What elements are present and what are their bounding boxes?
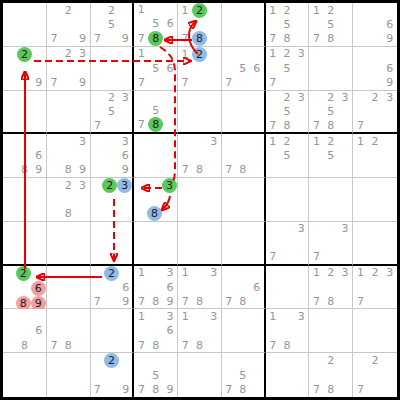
candidate-2: 2 bbox=[104, 91, 118, 105]
empty-candidate-slot bbox=[382, 294, 397, 308]
candidate-6: 6 bbox=[163, 61, 177, 75]
candidate-grid: 13678 bbox=[134, 309, 177, 352]
empty-candidate-slot bbox=[3, 47, 17, 62]
empty-candidate-slot bbox=[47, 17, 61, 31]
cell-r5c9[interactable] bbox=[353, 178, 397, 222]
candidate-8: 8 bbox=[236, 294, 250, 308]
empty-candidate-slot bbox=[309, 149, 323, 163]
empty-candidate-slot bbox=[134, 206, 147, 221]
candidate-7: 7 bbox=[309, 250, 323, 264]
candidate-8: 8 bbox=[192, 163, 206, 177]
empty-candidate-slot bbox=[104, 368, 119, 382]
cell-r9c3[interactable]: 279 bbox=[91, 353, 135, 397]
empty-candidate-slot bbox=[338, 280, 352, 294]
given-value bbox=[47, 353, 90, 397]
empty-candidate-slot bbox=[47, 61, 61, 75]
cell-r2c2[interactable]: 2379 bbox=[47, 47, 91, 91]
empty-candidate-slot bbox=[353, 75, 368, 89]
empty-candidate-slot bbox=[147, 178, 162, 193]
candidate-grid: 37 bbox=[266, 222, 309, 264]
empty-candidate-slot bbox=[280, 250, 294, 264]
candidate-7: 7 bbox=[222, 294, 236, 308]
empty-candidate-slot bbox=[309, 353, 323, 368]
cell-r7c7[interactable] bbox=[266, 266, 310, 310]
given-value bbox=[47, 91, 90, 133]
cell-r2c7[interactable]: 12357 bbox=[266, 47, 310, 91]
empty-candidate-slot bbox=[266, 17, 280, 31]
cell-r2c6[interactable]: 567 bbox=[222, 47, 266, 91]
candidate-slot-8: 8 bbox=[192, 31, 207, 46]
empty-candidate-slot bbox=[75, 3, 89, 17]
empty-candidate-slot bbox=[382, 353, 397, 368]
cell-r1c6[interactable] bbox=[222, 3, 266, 47]
given-value bbox=[222, 178, 264, 221]
cell-r5c3[interactable]: 23 bbox=[91, 178, 135, 222]
empty-candidate-slot bbox=[294, 149, 308, 163]
empty-candidate-slot bbox=[309, 104, 323, 118]
cell-r7c5[interactable]: 1378 bbox=[178, 266, 222, 310]
cell-r7c9[interactable]: 1237 bbox=[353, 266, 397, 310]
cell-r8c6[interactable] bbox=[222, 309, 266, 353]
candidate-grid: 69 bbox=[353, 47, 397, 90]
empty-candidate-slot bbox=[102, 193, 117, 207]
given-value bbox=[309, 309, 352, 352]
candidate-6: 6 bbox=[163, 324, 177, 338]
candidate-1: 1 bbox=[134, 3, 148, 17]
empty-candidate-slot bbox=[91, 207, 103, 221]
candidate-grid: 2689 bbox=[3, 266, 46, 309]
cell-r4c4[interactable] bbox=[134, 134, 178, 178]
cell-r3c7[interactable]: 23578 bbox=[266, 91, 310, 135]
candidate-6: 6 bbox=[32, 324, 46, 338]
cell-r1c1[interactable] bbox=[3, 3, 47, 47]
candidate-3: 3 bbox=[294, 309, 308, 323]
cell-r6c1[interactable] bbox=[3, 222, 47, 266]
empty-candidate-slot bbox=[163, 353, 177, 368]
cell-r7c8[interactable]: 12378 bbox=[309, 266, 353, 310]
given-value bbox=[91, 47, 133, 90]
eliminated-candidate-8: 8 bbox=[16, 296, 31, 311]
candidate-grid: 279 bbox=[91, 353, 133, 397]
cell-r6c7[interactable]: 37 bbox=[266, 222, 310, 266]
cell-r5c2[interactable]: 238 bbox=[47, 178, 91, 222]
candidate-7: 7 bbox=[178, 294, 192, 308]
cell-r8c5[interactable]: 1378 bbox=[178, 309, 222, 353]
cell-r9c4[interactable]: 5789 bbox=[134, 353, 178, 397]
candidate-grid: 127 bbox=[178, 47, 221, 90]
cell-r1c3[interactable]: 2579 bbox=[91, 3, 135, 47]
empty-candidate-slot bbox=[382, 104, 397, 118]
cell-r3c8[interactable]: 23578 bbox=[309, 91, 353, 135]
empty-candidate-slot bbox=[368, 163, 383, 177]
empty-candidate-slot bbox=[236, 353, 250, 368]
cell-r5c5[interactable] bbox=[178, 178, 222, 222]
given-value bbox=[134, 222, 177, 264]
candidate-5: 5 bbox=[236, 61, 250, 75]
candidate-7: 7 bbox=[134, 117, 148, 132]
empty-candidate-slot bbox=[149, 309, 163, 323]
empty-candidate-slot bbox=[118, 17, 132, 31]
cell-r8c7[interactable]: 1378 bbox=[266, 309, 310, 353]
empty-candidate-slot bbox=[75, 338, 89, 352]
candidate-1: 1 bbox=[178, 3, 192, 18]
empty-candidate-slot bbox=[294, 17, 308, 31]
empty-candidate-slot bbox=[118, 118, 132, 132]
cell-r5c7[interactable] bbox=[266, 178, 310, 222]
candidate-slot-2: 2 bbox=[16, 266, 31, 281]
candidate-5: 5 bbox=[104, 17, 118, 31]
cell-r6c3[interactable] bbox=[91, 222, 135, 266]
cell-r7c4[interactable]: 136789 bbox=[134, 266, 178, 310]
cell-r1c5[interactable]: 1278 bbox=[178, 3, 222, 47]
candidate-3: 3 bbox=[118, 91, 132, 105]
empty-candidate-slot bbox=[32, 47, 46, 62]
given-value bbox=[3, 91, 46, 133]
candidate-3: 3 bbox=[75, 134, 89, 148]
candidate-grid: 678 bbox=[222, 266, 264, 309]
candidate-2: 2 bbox=[368, 266, 383, 280]
empty-candidate-slot bbox=[104, 163, 118, 177]
candidate-3: 3 bbox=[163, 266, 177, 280]
candidate-7: 7 bbox=[91, 32, 105, 46]
candidate-slot-2: 2 bbox=[102, 178, 117, 193]
cell-r7c3[interactable]: 2679 bbox=[91, 266, 135, 310]
cell-r5c1[interactable] bbox=[3, 178, 47, 222]
candidate-8: 8 bbox=[17, 163, 31, 177]
cell-r9c1[interactable] bbox=[3, 353, 47, 397]
cell-r3c5[interactable] bbox=[178, 91, 222, 135]
empty-candidate-slot bbox=[134, 17, 148, 31]
empty-candidate-slot bbox=[309, 368, 323, 383]
cell-r6c4[interactable] bbox=[134, 222, 178, 266]
empty-candidate-slot bbox=[47, 47, 61, 61]
empty-candidate-slot bbox=[294, 163, 308, 177]
candidate-7: 7 bbox=[134, 338, 148, 352]
empty-candidate-slot bbox=[192, 266, 206, 280]
empty-candidate-slot bbox=[3, 338, 17, 352]
cell-r8c4[interactable]: 13678 bbox=[134, 309, 178, 353]
candidate-grid: 78 bbox=[222, 134, 264, 177]
cell-r6c6[interactable] bbox=[222, 222, 266, 266]
eliminated-candidate-6: 6 bbox=[31, 281, 46, 296]
candidate-8: 8 bbox=[149, 382, 163, 397]
cell-r4c8[interactable]: 125 bbox=[309, 134, 353, 178]
cell-r4c1[interactable]: 689 bbox=[3, 134, 47, 178]
candidate-7: 7 bbox=[222, 382, 236, 397]
cell-r2c8[interactable] bbox=[309, 47, 353, 91]
empty-candidate-slot bbox=[368, 3, 383, 17]
empty-candidate-slot bbox=[382, 163, 397, 177]
empty-candidate-slot bbox=[324, 368, 338, 383]
candidate-8: 8 bbox=[61, 163, 75, 177]
candidate-9: 9 bbox=[118, 32, 132, 46]
candidate-3: 3 bbox=[294, 47, 308, 61]
empty-candidate-slot bbox=[61, 192, 75, 206]
candidate-5: 5 bbox=[236, 368, 250, 383]
cell-r6c5[interactable] bbox=[178, 222, 222, 266]
empty-candidate-slot bbox=[207, 62, 221, 76]
empty-candidate-slot bbox=[207, 31, 221, 46]
empty-candidate-slot bbox=[91, 178, 103, 193]
empty-candidate-slot bbox=[368, 75, 383, 89]
empty-candidate-slot bbox=[117, 207, 132, 221]
cell-r3c4[interactable]: 578 bbox=[134, 91, 178, 135]
empty-candidate-slot bbox=[207, 163, 221, 177]
chain-off-candidate-8: 8 bbox=[192, 31, 207, 46]
candidate-8: 8 bbox=[324, 118, 338, 132]
candidate-grid: 578 bbox=[134, 91, 177, 133]
cell-r7c6[interactable]: 678 bbox=[222, 266, 266, 310]
candidate-7: 7 bbox=[309, 294, 323, 308]
chain-off-candidate-3: 3 bbox=[117, 178, 132, 193]
cell-r3c3[interactable]: 2357 bbox=[91, 91, 135, 135]
candidate-2: 2 bbox=[280, 134, 294, 148]
cell-r2c4[interactable]: 1567 bbox=[134, 47, 178, 91]
empty-candidate-slot bbox=[149, 47, 163, 61]
cell-r1c2[interactable]: 279 bbox=[47, 3, 91, 47]
empty-candidate-slot bbox=[32, 134, 46, 148]
empty-candidate-slot bbox=[324, 222, 338, 236]
candidate-1: 1 bbox=[134, 309, 148, 323]
cell-r4c2[interactable]: 389 bbox=[47, 134, 91, 178]
candidate-grid: 12578 bbox=[309, 3, 352, 46]
candidate-6: 6 bbox=[250, 280, 264, 294]
cell-r7c2[interactable] bbox=[47, 266, 91, 310]
empty-candidate-slot bbox=[104, 118, 118, 132]
empty-candidate-slot bbox=[163, 104, 177, 117]
empty-candidate-slot bbox=[294, 236, 308, 250]
empty-candidate-slot bbox=[280, 236, 294, 250]
empty-candidate-slot bbox=[163, 47, 177, 61]
cell-r4c6[interactable]: 78 bbox=[222, 134, 266, 178]
given-value bbox=[266, 266, 309, 309]
empty-candidate-slot bbox=[382, 149, 397, 163]
empty-candidate-slot bbox=[338, 163, 352, 177]
candidate-3: 3 bbox=[382, 91, 397, 105]
candidate-9: 9 bbox=[75, 32, 89, 46]
cell-r3c9[interactable]: 237 bbox=[353, 91, 397, 135]
empty-candidate-slot bbox=[148, 91, 163, 104]
empty-candidate-slot bbox=[149, 75, 163, 89]
candidate-1: 1 bbox=[178, 309, 192, 323]
candidate-8: 8 bbox=[236, 382, 250, 397]
candidate-grid: 78 bbox=[47, 309, 90, 352]
chain-on-candidate-3: 3 bbox=[162, 178, 177, 193]
empty-candidate-slot bbox=[324, 250, 338, 264]
cell-r2c3[interactable] bbox=[91, 47, 135, 91]
candidate-3: 3 bbox=[75, 47, 89, 61]
cell-r8c9[interactable] bbox=[353, 309, 397, 353]
candidate-grid: 125 bbox=[266, 134, 309, 177]
empty-candidate-slot bbox=[32, 309, 46, 323]
cell-r2c5[interactable]: 127 bbox=[178, 47, 222, 91]
empty-candidate-slot bbox=[207, 280, 221, 294]
candidate-slot-8: 8 bbox=[148, 31, 163, 46]
candidate-grid: 1378 bbox=[178, 309, 221, 352]
empty-candidate-slot bbox=[368, 118, 383, 132]
candidate-9: 9 bbox=[382, 75, 397, 89]
empty-candidate-slot bbox=[207, 3, 221, 18]
candidate-5: 5 bbox=[148, 104, 163, 117]
empty-candidate-slot bbox=[147, 193, 162, 206]
cell-r6c8[interactable]: 37 bbox=[309, 222, 353, 266]
empty-candidate-slot bbox=[75, 192, 89, 206]
empty-candidate-slot bbox=[17, 309, 31, 323]
candidate-3: 3 bbox=[338, 91, 352, 105]
empty-candidate-slot bbox=[236, 149, 250, 163]
candidate-7: 7 bbox=[134, 31, 148, 46]
cell-r8c2[interactable]: 78 bbox=[47, 309, 91, 353]
empty-candidate-slot bbox=[75, 324, 89, 338]
empty-candidate-slot bbox=[17, 134, 31, 148]
cell-r2c9[interactable]: 69 bbox=[353, 47, 397, 91]
empty-candidate-slot bbox=[222, 134, 236, 148]
given-value bbox=[178, 353, 221, 397]
empty-candidate-slot bbox=[324, 236, 338, 250]
candidate-7: 7 bbox=[266, 338, 280, 352]
empty-candidate-slot bbox=[280, 324, 294, 338]
empty-candidate-slot bbox=[236, 266, 250, 280]
empty-candidate-slot bbox=[192, 62, 207, 76]
empty-candidate-slot bbox=[382, 134, 397, 148]
empty-candidate-slot bbox=[309, 236, 323, 250]
empty-candidate-slot bbox=[102, 207, 117, 221]
empty-candidate-slot bbox=[338, 382, 352, 397]
candidate-8: 8 bbox=[192, 294, 206, 308]
candidate-grid: 38 bbox=[134, 178, 177, 221]
cell-r9c6[interactable]: 578 bbox=[222, 353, 266, 397]
chain-on-candidate-2: 2 bbox=[17, 47, 32, 62]
cell-r1c7[interactable]: 12578 bbox=[266, 3, 310, 47]
candidate-grid: 27 bbox=[353, 353, 397, 397]
empty-candidate-slot bbox=[3, 266, 16, 281]
empty-candidate-slot bbox=[119, 266, 132, 281]
candidate-7: 7 bbox=[266, 250, 280, 264]
empty-candidate-slot bbox=[192, 324, 206, 338]
given-value bbox=[353, 222, 397, 264]
given-value bbox=[222, 3, 264, 46]
cell-r4c3[interactable]: 369 bbox=[91, 134, 135, 178]
candidate-grid: 125 bbox=[309, 134, 352, 177]
empty-candidate-slot bbox=[338, 236, 352, 250]
empty-candidate-slot bbox=[338, 118, 352, 132]
cell-r1c4[interactable]: 15678 bbox=[134, 3, 178, 47]
cell-r7c1[interactable]: 2689 bbox=[3, 266, 47, 310]
cell-r8c3[interactable] bbox=[91, 309, 135, 353]
empty-candidate-slot bbox=[75, 207, 89, 221]
cell-r9c2[interactable] bbox=[47, 353, 91, 397]
cell-r5c6[interactable] bbox=[222, 178, 266, 222]
empty-candidate-slot bbox=[222, 47, 236, 61]
empty-candidate-slot bbox=[16, 281, 31, 296]
candidate-slot-6: 6 bbox=[31, 281, 46, 296]
entered-value bbox=[222, 222, 264, 264]
cell-r3c6[interactable] bbox=[222, 91, 266, 135]
candidate-slot-2: 2 bbox=[192, 3, 207, 18]
empty-candidate-slot bbox=[294, 118, 308, 132]
cell-r9c9[interactable]: 27 bbox=[353, 353, 397, 397]
empty-candidate-slot bbox=[353, 91, 368, 105]
candidate-2: 2 bbox=[368, 134, 383, 148]
cell-r5c8[interactable] bbox=[309, 178, 353, 222]
chain-off-candidate-2: 2 bbox=[192, 47, 207, 62]
empty-candidate-slot bbox=[119, 368, 132, 382]
empty-candidate-slot bbox=[47, 309, 61, 323]
cell-r8c8[interactable] bbox=[309, 309, 353, 353]
candidate-7: 7 bbox=[309, 32, 323, 46]
cell-r4c5[interactable]: 378 bbox=[178, 134, 222, 178]
candidate-5: 5 bbox=[324, 104, 338, 118]
candidate-9: 9 bbox=[163, 294, 177, 308]
empty-candidate-slot bbox=[91, 91, 105, 105]
empty-candidate-slot bbox=[294, 338, 308, 352]
cell-r8c1[interactable]: 68 bbox=[3, 309, 47, 353]
candidate-5: 5 bbox=[280, 104, 294, 118]
empty-candidate-slot bbox=[149, 266, 163, 280]
empty-candidate-slot bbox=[207, 149, 221, 163]
empty-candidate-slot bbox=[192, 309, 206, 323]
empty-candidate-slot bbox=[61, 17, 75, 31]
empty-candidate-slot bbox=[266, 61, 280, 75]
cell-r1c8[interactable]: 12578 bbox=[309, 3, 353, 47]
given-value bbox=[91, 222, 133, 264]
empty-candidate-slot bbox=[61, 309, 75, 323]
candidate-2: 2 bbox=[368, 91, 383, 105]
empty-candidate-slot bbox=[163, 338, 177, 352]
empty-candidate-slot bbox=[192, 76, 207, 90]
empty-candidate-slot bbox=[338, 134, 352, 148]
empty-candidate-slot bbox=[353, 368, 368, 383]
empty-candidate-slot bbox=[250, 163, 264, 177]
candidate-grid: 389 bbox=[47, 134, 90, 177]
candidate-7: 7 bbox=[178, 76, 192, 90]
candidate-3: 3 bbox=[163, 309, 177, 323]
empty-candidate-slot bbox=[3, 62, 17, 76]
cell-r3c2[interactable] bbox=[47, 91, 91, 135]
empty-candidate-slot bbox=[91, 163, 105, 177]
cell-r9c5[interactable] bbox=[178, 353, 222, 397]
candidate-8: 8 bbox=[324, 382, 338, 397]
empty-candidate-slot bbox=[294, 250, 308, 264]
empty-candidate-slot bbox=[266, 222, 280, 236]
empty-candidate-slot bbox=[382, 118, 397, 132]
candidate-9: 9 bbox=[163, 382, 177, 397]
cell-r6c9[interactable] bbox=[353, 222, 397, 266]
candidate-grid: 2379 bbox=[47, 47, 90, 90]
cell-r1c9[interactable]: 69 bbox=[353, 3, 397, 47]
empty-candidate-slot bbox=[382, 280, 397, 294]
cell-r9c7[interactable] bbox=[266, 353, 310, 397]
cell-r6c2[interactable] bbox=[47, 222, 91, 266]
empty-candidate-slot bbox=[338, 368, 352, 383]
candidate-2: 2 bbox=[61, 178, 75, 192]
empty-candidate-slot bbox=[117, 193, 132, 207]
cell-r4c7[interactable]: 125 bbox=[266, 134, 310, 178]
candidate-grid: 689 bbox=[3, 134, 46, 177]
cell-r3c1[interactable] bbox=[3, 91, 47, 135]
empty-candidate-slot bbox=[368, 280, 383, 294]
candidate-8: 8 bbox=[61, 207, 75, 221]
candidate-9: 9 bbox=[32, 76, 46, 90]
candidate-8: 8 bbox=[324, 294, 338, 308]
cell-r4c9[interactable]: 12 bbox=[353, 134, 397, 178]
empty-candidate-slot bbox=[266, 324, 280, 338]
cell-r2c1[interactable]: 29 bbox=[3, 47, 47, 91]
entered-value bbox=[47, 222, 90, 264]
cell-r9c8[interactable]: 278 bbox=[309, 353, 353, 397]
cell-r5c4[interactable]: 38 bbox=[134, 178, 178, 222]
empty-candidate-slot bbox=[309, 280, 323, 294]
